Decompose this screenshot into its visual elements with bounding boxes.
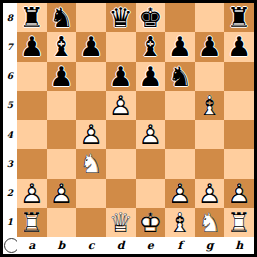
file-label-a: a bbox=[17, 237, 47, 254]
square-f4[interactable] bbox=[165, 120, 195, 149]
piece-white-pawn: ♟︎♙ bbox=[47, 179, 77, 208]
square-f8[interactable] bbox=[165, 3, 195, 32]
square-a8[interactable]: ♜ bbox=[17, 3, 47, 32]
square-c8[interactable] bbox=[76, 3, 106, 32]
piece-black-pawn: ♟︎ bbox=[17, 32, 47, 61]
piece-black-pawn: ♟︎ bbox=[47, 62, 77, 91]
square-h2[interactable]: ♟︎♙ bbox=[224, 179, 254, 208]
piece-white-pawn: ♟︎♙ bbox=[106, 91, 136, 120]
square-h1[interactable]: ♜♖ bbox=[224, 208, 254, 237]
square-d6[interactable]: ♟︎ bbox=[106, 62, 136, 91]
piece-white-king: ♚♔ bbox=[136, 208, 166, 237]
square-e2[interactable] bbox=[136, 179, 166, 208]
square-b5[interactable] bbox=[47, 91, 77, 120]
square-h5[interactable] bbox=[224, 91, 254, 120]
square-b6[interactable]: ♟︎ bbox=[47, 62, 77, 91]
piece-white-pawn: ♟︎♙ bbox=[76, 120, 106, 149]
piece-black-pawn: ♟︎ bbox=[106, 62, 136, 91]
square-a5[interactable] bbox=[17, 91, 47, 120]
file-label-g: g bbox=[195, 237, 225, 254]
square-b8[interactable]: ♞ bbox=[47, 3, 77, 32]
square-e6[interactable]: ♟︎ bbox=[136, 62, 166, 91]
piece-white-knight: ♞♘ bbox=[76, 149, 106, 178]
piece-black-bishop: ♝ bbox=[47, 32, 77, 61]
square-d1[interactable]: ♛♕ bbox=[106, 208, 136, 237]
file-label-d: d bbox=[106, 237, 136, 254]
piece-white-bishop: ♝♗ bbox=[165, 208, 195, 237]
piece-white-knight: ♞♘ bbox=[195, 208, 225, 237]
piece-black-knight: ♞ bbox=[47, 3, 77, 32]
square-d3[interactable] bbox=[106, 149, 136, 178]
square-a7[interactable]: ♟︎ bbox=[17, 32, 47, 61]
piece-black-pawn: ♟︎ bbox=[76, 32, 106, 61]
piece-black-pawn: ♟︎ bbox=[165, 32, 195, 61]
square-d5[interactable]: ♟︎♙ bbox=[106, 91, 136, 120]
square-g1[interactable]: ♞♘ bbox=[195, 208, 225, 237]
square-e8[interactable]: ♚ bbox=[136, 3, 166, 32]
piece-black-king: ♚ bbox=[136, 3, 166, 32]
file-label-e: e bbox=[136, 237, 166, 254]
square-h8[interactable]: ♜ bbox=[224, 3, 254, 32]
piece-black-queen: ♛ bbox=[106, 3, 136, 32]
square-h4[interactable] bbox=[224, 120, 254, 149]
square-h3[interactable] bbox=[224, 149, 254, 178]
square-g2[interactable]: ♟︎♙ bbox=[195, 179, 225, 208]
square-g6[interactable] bbox=[195, 62, 225, 91]
rank-label-2: 2 bbox=[3, 179, 17, 208]
piece-white-pawn: ♟︎♙ bbox=[136, 120, 166, 149]
piece-white-queen: ♛♕ bbox=[106, 208, 136, 237]
piece-white-pawn: ♟︎♙ bbox=[195, 179, 225, 208]
piece-white-rook: ♜♖ bbox=[17, 208, 47, 237]
square-f2[interactable]: ♟︎♙ bbox=[165, 179, 195, 208]
rank-label-6: 6 bbox=[3, 62, 17, 91]
piece-black-rook: ♜ bbox=[17, 3, 47, 32]
square-g8[interactable] bbox=[195, 3, 225, 32]
square-g3[interactable] bbox=[195, 149, 225, 178]
square-e3[interactable] bbox=[136, 149, 166, 178]
square-e1[interactable]: ♚♔ bbox=[136, 208, 166, 237]
square-b2[interactable]: ♟︎♙ bbox=[47, 179, 77, 208]
piece-white-pawn: ♟︎♙ bbox=[224, 179, 254, 208]
piece-white-rook: ♜♖ bbox=[224, 208, 254, 237]
piece-black-rook: ♜ bbox=[224, 3, 254, 32]
square-a1[interactable]: ♜♖ bbox=[17, 208, 47, 237]
square-d2[interactable] bbox=[106, 179, 136, 208]
square-c4[interactable]: ♟︎♙ bbox=[76, 120, 106, 149]
square-f5[interactable] bbox=[165, 91, 195, 120]
piece-black-knight: ♞ bbox=[165, 62, 195, 91]
file-label-h: h bbox=[224, 237, 254, 254]
bottom-left-corner bbox=[3, 237, 17, 254]
piece-black-bishop: ♝ bbox=[136, 32, 166, 61]
square-c7[interactable]: ♟︎ bbox=[76, 32, 106, 61]
piece-black-pawn: ♟︎ bbox=[136, 62, 166, 91]
file-label-b: b bbox=[47, 237, 77, 254]
square-a3[interactable] bbox=[17, 149, 47, 178]
square-h6[interactable] bbox=[224, 62, 254, 91]
rank-label-1: 1 bbox=[3, 208, 17, 237]
square-g4[interactable] bbox=[195, 120, 225, 149]
square-b1[interactable] bbox=[47, 208, 77, 237]
piece-black-pawn: ♟︎ bbox=[195, 32, 225, 61]
square-f1[interactable]: ♝♗ bbox=[165, 208, 195, 237]
square-e7[interactable]: ♝ bbox=[136, 32, 166, 61]
square-a4[interactable] bbox=[17, 120, 47, 149]
square-a2[interactable]: ♟︎♙ bbox=[17, 179, 47, 208]
piece-white-bishop: ♝♗ bbox=[195, 91, 225, 120]
square-f7[interactable]: ♟︎ bbox=[165, 32, 195, 61]
piece-white-pawn: ♟︎♙ bbox=[165, 179, 195, 208]
square-b3[interactable] bbox=[47, 149, 77, 178]
square-h7[interactable]: ♟︎ bbox=[224, 32, 254, 61]
square-g5[interactable]: ♝♗ bbox=[195, 91, 225, 120]
rank-label-3: 3 bbox=[3, 149, 17, 178]
rank-label-7: 7 bbox=[3, 32, 17, 61]
rank-label-5: 5 bbox=[3, 91, 17, 120]
square-g7[interactable]: ♟︎ bbox=[195, 32, 225, 61]
square-a6[interactable] bbox=[17, 62, 47, 91]
rank-label-8: 8 bbox=[3, 3, 17, 32]
square-f6[interactable]: ♞ bbox=[165, 62, 195, 91]
square-c5[interactable] bbox=[76, 91, 106, 120]
piece-black-pawn: ♟︎ bbox=[224, 32, 254, 61]
piece-white-pawn: ♟︎♙ bbox=[17, 179, 47, 208]
square-d7[interactable] bbox=[106, 32, 136, 61]
square-e5[interactable] bbox=[136, 91, 166, 120]
square-c3[interactable]: ♞♘ bbox=[76, 149, 106, 178]
square-b7[interactable]: ♝ bbox=[47, 32, 77, 61]
square-b4[interactable] bbox=[47, 120, 77, 149]
square-c6[interactable] bbox=[76, 62, 106, 91]
square-c2[interactable] bbox=[76, 179, 106, 208]
square-d8[interactable]: ♛ bbox=[106, 3, 136, 32]
square-c1[interactable] bbox=[76, 208, 106, 237]
file-label-c: c bbox=[76, 237, 106, 254]
square-f3[interactable] bbox=[165, 149, 195, 178]
rank-label-4: 4 bbox=[3, 120, 17, 149]
file-label-f: f bbox=[165, 237, 195, 254]
square-e4[interactable]: ♟︎♙ bbox=[136, 120, 166, 149]
chess-diagram: 8♜♞♛♚♜7♟︎♝♟︎♝♟︎♟︎♟︎6♟︎♟︎♟︎♞5♟︎♙♝♗4♟︎♙♟︎♙… bbox=[0, 0, 257, 257]
square-d4[interactable] bbox=[106, 120, 136, 149]
